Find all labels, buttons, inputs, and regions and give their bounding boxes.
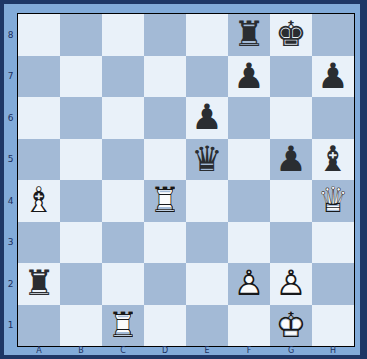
square-c7[interactable] [102,56,144,98]
square-e1[interactable] [186,305,228,347]
white-rook-icon: ♜ [102,305,144,347]
rank-label-8: 8 [4,14,17,56]
black-rook-icon: ♜ [18,263,60,305]
square-a7[interactable] [18,56,60,98]
square-a4[interactable]: ♝♗ [18,180,60,222]
white-king-icon: ♚ [270,305,312,347]
square-h4[interactable]: ♛♕ [312,180,354,222]
square-g1[interactable]: ♚♔ [270,305,312,347]
square-f4[interactable] [228,180,270,222]
square-b6[interactable] [60,97,102,139]
square-a3[interactable] [18,222,60,264]
file-label-b: B [60,347,102,355]
white-pawn-icon: ♟ [270,263,312,305]
rank-label-6: 6 [4,97,17,139]
square-f3[interactable] [228,222,270,264]
rank-label-7: 7 [4,56,17,98]
square-a6[interactable] [18,97,60,139]
square-e2[interactable] [186,263,228,305]
white-pawn-outline-icon: ♙ [270,263,312,305]
rank-labels: 87654321 [4,14,17,346]
white-rook-outline-icon: ♖ [102,305,144,347]
square-e5[interactable]: ♛ [186,139,228,181]
black-pawn-icon: ♟ [186,97,228,139]
square-g6[interactable] [270,97,312,139]
square-e6[interactable]: ♟ [186,97,228,139]
square-e3[interactable] [186,222,228,264]
square-c3[interactable] [102,222,144,264]
square-c6[interactable] [102,97,144,139]
square-g4[interactable] [270,180,312,222]
square-d2[interactable] [144,263,186,305]
chess-board: ♜♚♟♟♟♛♟♝♝♗♜♖♛♕♜♟♙♟♙♜♖♚♔ [17,13,355,347]
square-c8[interactable] [102,14,144,56]
square-f5[interactable] [228,139,270,181]
square-c2[interactable] [102,263,144,305]
square-g3[interactable] [270,222,312,264]
rank-label-3: 3 [4,222,17,264]
square-d4[interactable]: ♜♖ [144,180,186,222]
white-bishop-icon: ♝ [18,180,60,222]
square-f2[interactable]: ♟♙ [228,263,270,305]
square-d3[interactable] [144,222,186,264]
white-queen-icon: ♛ [312,180,354,222]
black-bishop-icon: ♝ [312,139,354,181]
square-f7[interactable]: ♟ [228,56,270,98]
black-queen-icon: ♛ [186,139,228,181]
square-b5[interactable] [60,139,102,181]
square-h6[interactable] [312,97,354,139]
square-a5[interactable] [18,139,60,181]
diagram-outer-border: 87654321 ♜♚♟♟♟♛♟♝♝♗♜♖♛♕♜♟♙♟♙♜♖♚♔ ABCDEFG… [0,0,367,359]
square-g7[interactable] [270,56,312,98]
black-king-icon: ♚ [270,14,312,56]
file-label-a: A [18,347,60,355]
square-g2[interactable]: ♟♙ [270,263,312,305]
black-rook-icon: ♜ [228,14,270,56]
white-pawn-icon: ♟ [228,263,270,305]
square-f8[interactable]: ♜ [228,14,270,56]
square-h7[interactable]: ♟ [312,56,354,98]
square-h8[interactable] [312,14,354,56]
square-a8[interactable] [18,14,60,56]
square-d8[interactable] [144,14,186,56]
file-label-d: D [144,347,186,355]
square-e8[interactable] [186,14,228,56]
white-rook-icon: ♜ [144,180,186,222]
rank-label-2: 2 [4,263,17,305]
square-b4[interactable] [60,180,102,222]
square-e4[interactable] [186,180,228,222]
square-h1[interactable] [312,305,354,347]
file-label-c: C [102,347,144,355]
square-d5[interactable] [144,139,186,181]
square-d1[interactable] [144,305,186,347]
white-pawn-outline-icon: ♙ [228,263,270,305]
square-d6[interactable] [144,97,186,139]
square-a2[interactable]: ♜ [18,263,60,305]
white-queen-outline-icon: ♕ [312,180,354,222]
white-bishop-outline-icon: ♗ [18,180,60,222]
square-g8[interactable]: ♚ [270,14,312,56]
square-e7[interactable] [186,56,228,98]
square-b1[interactable] [60,305,102,347]
white-king-outline-icon: ♔ [270,305,312,347]
square-c5[interactable] [102,139,144,181]
file-labels: ABCDEFGH [18,347,354,355]
square-h2[interactable] [312,263,354,305]
square-g5[interactable]: ♟ [270,139,312,181]
square-b2[interactable] [60,263,102,305]
black-pawn-icon: ♟ [228,56,270,98]
file-label-h: H [312,347,354,355]
board-frame: 87654321 ♜♚♟♟♟♛♟♝♝♗♜♖♛♕♜♟♙♟♙♜♖♚♔ ABCDEFG… [4,4,360,355]
rank-label-1: 1 [4,305,17,347]
square-b7[interactable] [60,56,102,98]
rank-label-5: 5 [4,139,17,181]
square-h3[interactable] [312,222,354,264]
square-f6[interactable] [228,97,270,139]
square-b3[interactable] [60,222,102,264]
square-b8[interactable] [60,14,102,56]
file-label-e: E [186,347,228,355]
square-a1[interactable] [18,305,60,347]
black-pawn-icon: ♟ [312,56,354,98]
black-pawn-icon: ♟ [270,139,312,181]
square-d7[interactable] [144,56,186,98]
white-rook-outline-icon: ♖ [144,180,186,222]
square-h5[interactable]: ♝ [312,139,354,181]
file-label-f: F [228,347,270,355]
square-c1[interactable]: ♜♖ [102,305,144,347]
square-c4[interactable] [102,180,144,222]
rank-label-4: 4 [4,180,17,222]
file-label-g: G [270,347,312,355]
square-f1[interactable] [228,305,270,347]
